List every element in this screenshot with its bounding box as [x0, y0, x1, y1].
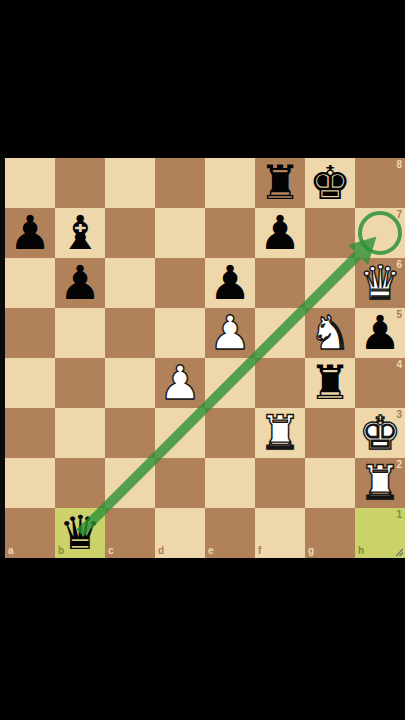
square-g7[interactable] [305, 208, 355, 258]
square-g1[interactable]: g [305, 508, 355, 558]
square-c4[interactable] [105, 358, 155, 408]
square-h2[interactable]: 2♜ [355, 458, 405, 508]
rank-label-1: 1 [396, 510, 402, 520]
square-b5[interactable] [55, 308, 105, 358]
square-h7[interactable]: 7 [355, 208, 405, 258]
white-king-h3-piece[interactable]: ♚ [355, 407, 405, 457]
square-g8[interactable]: ♚ [305, 158, 355, 208]
black-rook-g4-piece[interactable]: ♜ [305, 357, 355, 407]
square-f4[interactable] [255, 358, 305, 408]
white-rook-h2-piece[interactable]: ♜ [355, 457, 405, 507]
square-h4[interactable]: 4 [355, 358, 405, 408]
square-h1[interactable]: h1 [355, 508, 405, 558]
file-label-g: g [308, 546, 314, 556]
square-c5[interactable] [105, 308, 155, 358]
square-h8[interactable]: 8 [355, 158, 405, 208]
square-c7[interactable] [105, 208, 155, 258]
square-c2[interactable] [105, 458, 155, 508]
square-f3[interactable]: ♜ [255, 408, 305, 458]
letterbox-top [0, 0, 405, 158]
square-f6[interactable] [255, 258, 305, 308]
square-h3[interactable]: 3♚ [355, 408, 405, 458]
square-a3[interactable] [5, 408, 55, 458]
black-pawn-e6-piece[interactable]: ♟ [205, 257, 255, 307]
rank-label-4: 4 [396, 360, 402, 370]
square-c8[interactable] [105, 158, 155, 208]
square-f5[interactable] [255, 308, 305, 358]
black-pawn-a7-piece[interactable]: ♟ [5, 207, 55, 257]
square-d8[interactable] [155, 158, 205, 208]
file-label-a: a [8, 546, 14, 556]
square-d7[interactable] [155, 208, 205, 258]
square-a5[interactable] [5, 308, 55, 358]
black-pawn-b6-piece[interactable]: ♟ [55, 257, 105, 307]
square-f8[interactable]: ♜ [255, 158, 305, 208]
square-h5[interactable]: 5♟ [355, 308, 405, 358]
square-b3[interactable] [55, 408, 105, 458]
black-king-g8-piece[interactable]: ♚ [305, 157, 355, 207]
file-label-c: c [108, 546, 114, 556]
square-d1[interactable]: d [155, 508, 205, 558]
file-label-d: d [158, 546, 164, 556]
square-b2[interactable] [55, 458, 105, 508]
video-frame: ♜♚8♟♝♟7♟♟6♛♟♞5♟♟♜4♜3♚2♜ab♛cdefgh1 [0, 0, 405, 720]
square-f1[interactable]: f [255, 508, 305, 558]
square-e4[interactable] [205, 358, 255, 408]
white-pawn-d4-piece[interactable]: ♟ [155, 357, 205, 407]
black-bishop-b7-piece[interactable]: ♝ [55, 207, 105, 257]
square-e6[interactable]: ♟ [205, 258, 255, 308]
square-b7[interactable]: ♝ [55, 208, 105, 258]
square-b8[interactable] [55, 158, 105, 208]
square-e2[interactable] [205, 458, 255, 508]
square-a8[interactable] [5, 158, 55, 208]
board-resize-handle-icon[interactable] [394, 547, 404, 557]
square-e3[interactable] [205, 408, 255, 458]
square-c6[interactable] [105, 258, 155, 308]
square-a6[interactable] [5, 258, 55, 308]
file-label-f: f [258, 546, 261, 556]
file-label-e: e [208, 546, 214, 556]
white-pawn-e5-piece[interactable]: ♟ [205, 307, 255, 357]
square-b6[interactable]: ♟ [55, 258, 105, 308]
square-e5[interactable]: ♟ [205, 308, 255, 358]
square-g2[interactable] [305, 458, 355, 508]
white-rook-f3-piece[interactable]: ♜ [255, 407, 305, 457]
chess-board: ♜♚8♟♝♟7♟♟6♛♟♞5♟♟♜4♜3♚2♜ab♛cdefgh1 [5, 158, 405, 558]
square-h6[interactable]: 6♛ [355, 258, 405, 308]
square-g4[interactable]: ♜ [305, 358, 355, 408]
white-knight-g5-piece[interactable]: ♞ [305, 307, 355, 357]
square-a4[interactable] [5, 358, 55, 408]
square-g3[interactable] [305, 408, 355, 458]
square-e8[interactable] [205, 158, 255, 208]
square-f7[interactable]: ♟ [255, 208, 305, 258]
square-g6[interactable] [305, 258, 355, 308]
letterbox-bottom [0, 558, 405, 720]
square-a2[interactable] [5, 458, 55, 508]
rank-label-8: 8 [396, 160, 402, 170]
square-e7[interactable] [205, 208, 255, 258]
square-b4[interactable] [55, 358, 105, 408]
file-label-h: h [358, 546, 364, 556]
square-d6[interactable] [155, 258, 205, 308]
black-pawn-f7-piece[interactable]: ♟ [255, 207, 305, 257]
square-a1[interactable]: a [5, 508, 55, 558]
square-d4[interactable]: ♟ [155, 358, 205, 408]
square-d5[interactable] [155, 308, 205, 358]
square-g5[interactable]: ♞ [305, 308, 355, 358]
square-b1[interactable]: b♛ [55, 508, 105, 558]
rank-label-7: 7 [396, 210, 402, 220]
square-c3[interactable] [105, 408, 155, 458]
square-f2[interactable] [255, 458, 305, 508]
square-d2[interactable] [155, 458, 205, 508]
square-a7[interactable]: ♟ [5, 208, 55, 258]
square-c1[interactable]: c [105, 508, 155, 558]
black-rook-f8-piece[interactable]: ♜ [255, 157, 305, 207]
black-pawn-h5-piece[interactable]: ♟ [355, 307, 405, 357]
white-queen-h6-piece[interactable]: ♛ [355, 257, 405, 307]
square-d3[interactable] [155, 408, 205, 458]
black-queen-b1-piece[interactable]: ♛ [55, 507, 105, 557]
square-e1[interactable]: e [205, 508, 255, 558]
